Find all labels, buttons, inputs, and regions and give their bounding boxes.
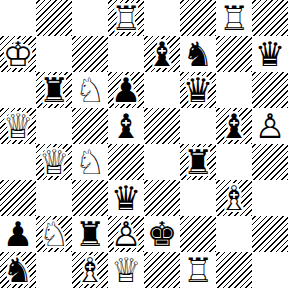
black-bishop-icon[interactable]: ♝ <box>108 108 144 144</box>
square-d8[interactable]: ♜♖ <box>108 0 144 36</box>
black-rook-icon[interactable]: ♜ <box>180 144 216 180</box>
square-a3[interactable] <box>0 180 36 216</box>
square-f1[interactable]: ♜♖ <box>180 252 216 288</box>
chess-board: ♜♖♜♖♚♔♝♝♞♞♛♛♜♜♞♘♟♟♛♛♛♕♝♝♝♝♟♙♛♕♞♘♜♜♛♛♝♗♟♟… <box>0 0 288 288</box>
square-e6[interactable] <box>144 72 180 108</box>
square-h3[interactable] <box>252 180 288 216</box>
black-rook-icon[interactable]: ♜ <box>36 72 72 108</box>
square-h8[interactable] <box>252 0 288 36</box>
black-knight-icon[interactable]: ♞ <box>180 36 216 72</box>
square-f6[interactable]: ♛♛ <box>180 72 216 108</box>
square-h4[interactable] <box>252 144 288 180</box>
white-queen-icon[interactable]: ♕ <box>108 252 144 288</box>
black-rook-halo: ♜ <box>72 216 108 252</box>
square-g5[interactable]: ♝♝ <box>216 108 252 144</box>
white-king-halo: ♚ <box>0 36 36 72</box>
square-a5[interactable]: ♛♕ <box>0 108 36 144</box>
black-knight-icon[interactable]: ♞ <box>0 252 36 288</box>
white-queen-icon[interactable]: ♕ <box>0 108 36 144</box>
white-rook-halo: ♜ <box>180 252 216 288</box>
square-d4[interactable] <box>108 144 144 180</box>
black-queen-icon[interactable]: ♛ <box>108 180 144 216</box>
white-bishop-halo: ♝ <box>72 252 108 288</box>
black-king-halo: ♚ <box>144 216 180 252</box>
black-queen-icon[interactable]: ♛ <box>180 72 216 108</box>
white-rook-icon[interactable]: ♖ <box>216 0 252 36</box>
square-c4[interactable]: ♞♘ <box>72 144 108 180</box>
white-rook-icon[interactable]: ♖ <box>180 252 216 288</box>
black-rook-halo: ♜ <box>36 72 72 108</box>
black-queen-halo: ♛ <box>252 36 288 72</box>
square-f4[interactable]: ♜♜ <box>180 144 216 180</box>
black-rook-icon[interactable]: ♜ <box>72 216 108 252</box>
white-queen-halo: ♛ <box>108 252 144 288</box>
white-bishop-halo: ♝ <box>216 180 252 216</box>
square-f2[interactable] <box>180 216 216 252</box>
square-b2[interactable]: ♞♘ <box>36 216 72 252</box>
black-pawn-icon[interactable]: ♟ <box>108 72 144 108</box>
square-b5[interactable] <box>36 108 72 144</box>
white-rook-halo: ♜ <box>216 0 252 36</box>
square-a4[interactable] <box>0 144 36 180</box>
black-bishop-icon[interactable]: ♝ <box>144 36 180 72</box>
white-rook-icon[interactable]: ♖ <box>108 0 144 36</box>
square-e1[interactable] <box>144 252 180 288</box>
black-pawn-icon[interactable]: ♟ <box>0 216 36 252</box>
white-queen-halo: ♛ <box>36 144 72 180</box>
white-pawn-icon[interactable]: ♙ <box>252 108 288 144</box>
square-f3[interactable] <box>180 180 216 216</box>
square-d5[interactable]: ♝♝ <box>108 108 144 144</box>
square-e2[interactable]: ♚♚ <box>144 216 180 252</box>
square-d2[interactable]: ♟♙ <box>108 216 144 252</box>
square-c7[interactable] <box>72 36 108 72</box>
square-h5[interactable]: ♟♙ <box>252 108 288 144</box>
square-a2[interactable]: ♟♟ <box>0 216 36 252</box>
square-g1[interactable] <box>216 252 252 288</box>
square-c2[interactable]: ♜♜ <box>72 216 108 252</box>
black-bishop-halo: ♝ <box>216 108 252 144</box>
square-h7[interactable]: ♛♛ <box>252 36 288 72</box>
square-b7[interactable] <box>36 36 72 72</box>
black-queen-halo: ♛ <box>108 180 144 216</box>
square-b1[interactable] <box>36 252 72 288</box>
square-g3[interactable]: ♝♗ <box>216 180 252 216</box>
white-knight-halo: ♞ <box>36 216 72 252</box>
black-knight-halo: ♞ <box>0 252 36 288</box>
square-a1[interactable]: ♞♞ <box>0 252 36 288</box>
square-c5[interactable] <box>72 108 108 144</box>
square-g8[interactable]: ♜♖ <box>216 0 252 36</box>
white-knight-halo: ♞ <box>72 72 108 108</box>
square-c8[interactable] <box>72 0 108 36</box>
white-bishop-icon[interactable]: ♗ <box>216 180 252 216</box>
white-pawn-halo: ♟ <box>252 108 288 144</box>
square-d7[interactable] <box>108 36 144 72</box>
square-g2[interactable] <box>216 216 252 252</box>
white-queen-icon[interactable]: ♕ <box>36 144 72 180</box>
square-e3[interactable] <box>144 180 180 216</box>
square-d1[interactable]: ♛♕ <box>108 252 144 288</box>
square-h6[interactable] <box>252 72 288 108</box>
white-knight-icon[interactable]: ♘ <box>72 72 108 108</box>
square-b8[interactable] <box>36 0 72 36</box>
black-bishop-halo: ♝ <box>144 36 180 72</box>
square-h2[interactable] <box>252 216 288 252</box>
square-h1[interactable] <box>252 252 288 288</box>
white-pawn-icon[interactable]: ♙ <box>108 216 144 252</box>
white-bishop-icon[interactable]: ♗ <box>72 252 108 288</box>
square-e8[interactable] <box>144 0 180 36</box>
square-d3[interactable]: ♛♛ <box>108 180 144 216</box>
square-f8[interactable] <box>180 0 216 36</box>
black-bishop-halo: ♝ <box>108 108 144 144</box>
white-king-icon[interactable]: ♔ <box>0 36 36 72</box>
square-g6[interactable] <box>216 72 252 108</box>
square-c1[interactable]: ♝♗ <box>72 252 108 288</box>
white-pawn-halo: ♟ <box>108 216 144 252</box>
black-bishop-icon[interactable]: ♝ <box>216 108 252 144</box>
square-f7[interactable]: ♞♞ <box>180 36 216 72</box>
square-g4[interactable] <box>216 144 252 180</box>
black-rook-halo: ♜ <box>180 144 216 180</box>
white-knight-icon[interactable]: ♘ <box>72 144 108 180</box>
white-knight-halo: ♞ <box>72 144 108 180</box>
square-a8[interactable] <box>0 0 36 36</box>
square-a6[interactable] <box>0 72 36 108</box>
square-b4[interactable]: ♛♕ <box>36 144 72 180</box>
square-e7[interactable]: ♝♝ <box>144 36 180 72</box>
square-b3[interactable] <box>36 180 72 216</box>
black-king-icon[interactable]: ♚ <box>144 216 180 252</box>
square-e4[interactable] <box>144 144 180 180</box>
black-pawn-halo: ♟ <box>108 72 144 108</box>
white-rook-halo: ♜ <box>108 0 144 36</box>
square-f5[interactable] <box>180 108 216 144</box>
square-d6[interactable]: ♟♟ <box>108 72 144 108</box>
square-e5[interactable] <box>144 108 180 144</box>
square-c6[interactable]: ♞♘ <box>72 72 108 108</box>
square-g7[interactable] <box>216 36 252 72</box>
black-pawn-halo: ♟ <box>0 216 36 252</box>
white-knight-icon[interactable]: ♘ <box>36 216 72 252</box>
white-queen-halo: ♛ <box>0 108 36 144</box>
square-a7[interactable]: ♚♔ <box>0 36 36 72</box>
black-queen-halo: ♛ <box>180 72 216 108</box>
black-queen-icon[interactable]: ♛ <box>252 36 288 72</box>
square-b6[interactable]: ♜♜ <box>36 72 72 108</box>
square-c3[interactable] <box>72 180 108 216</box>
black-knight-halo: ♞ <box>180 36 216 72</box>
